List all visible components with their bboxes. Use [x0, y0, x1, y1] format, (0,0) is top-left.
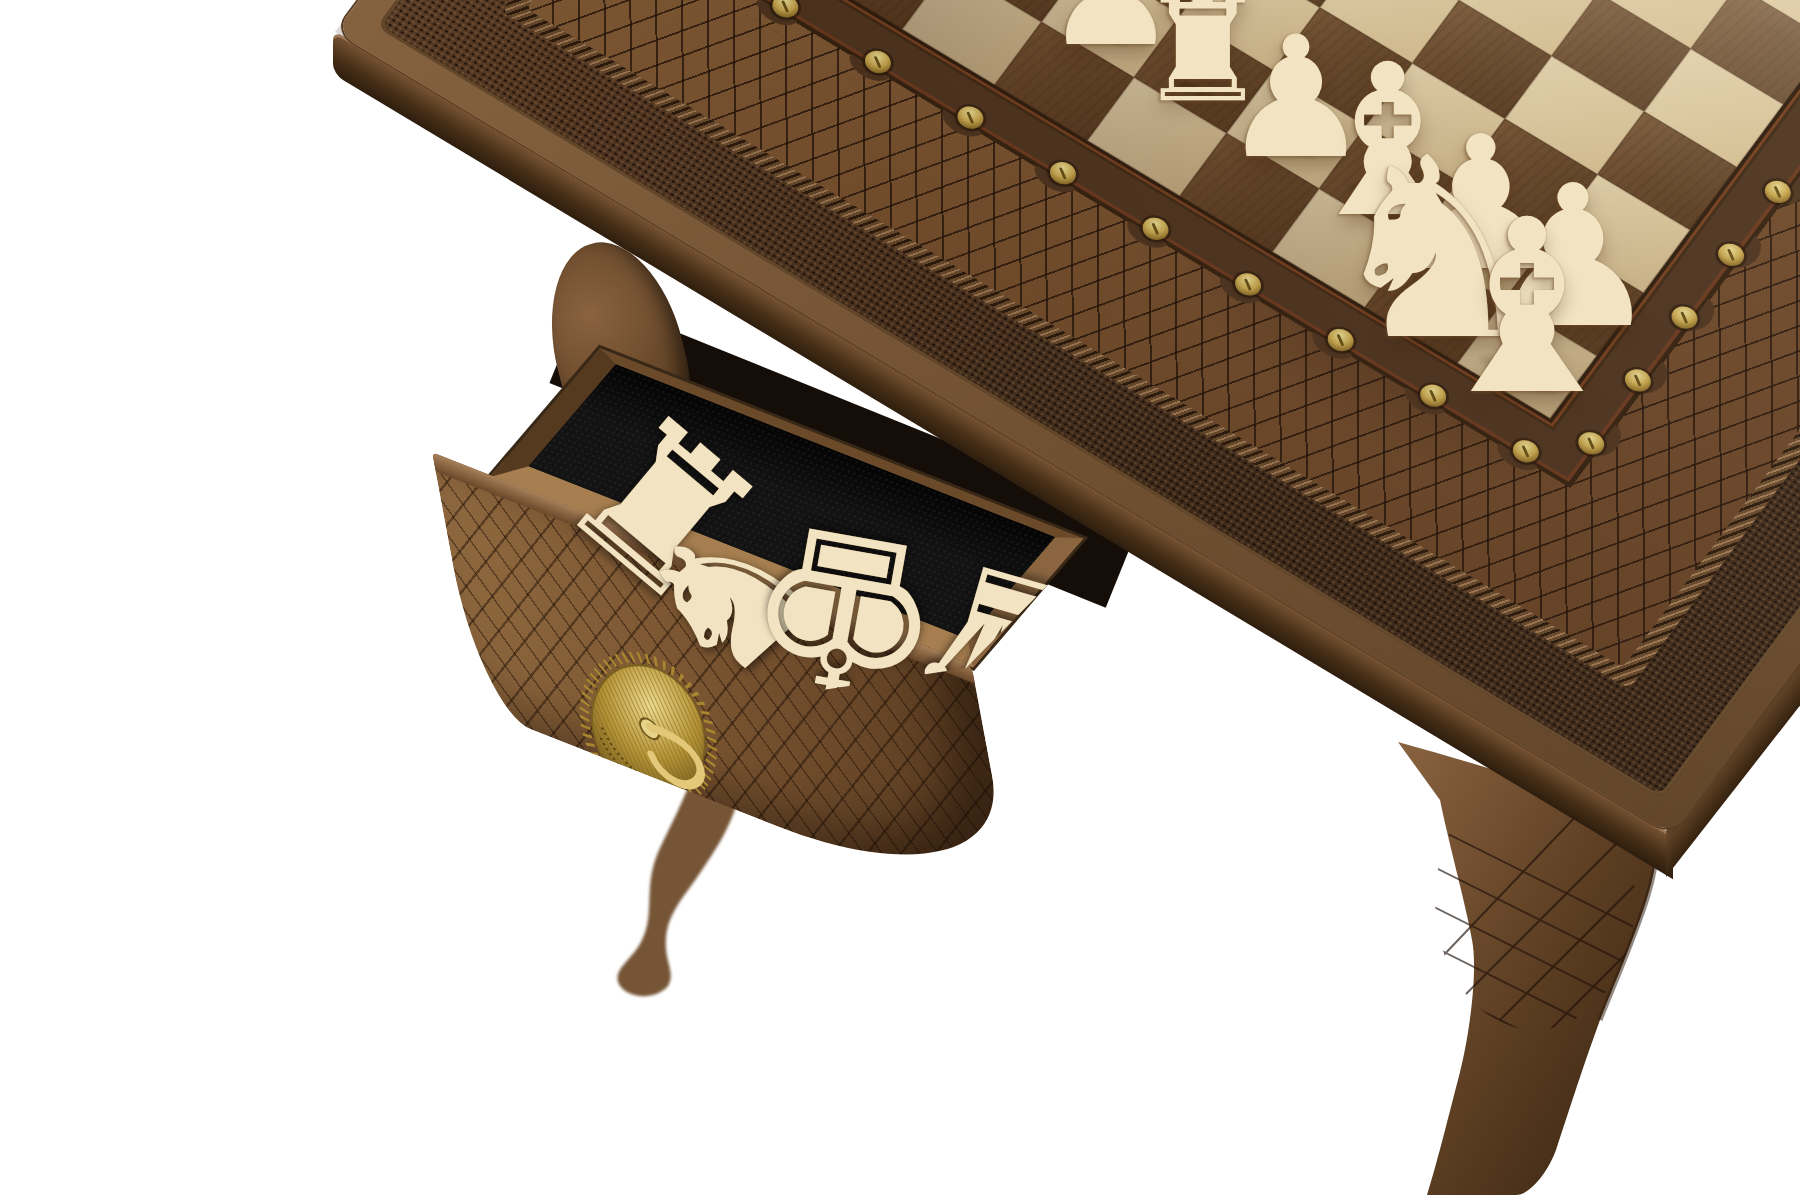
- brass-screw-icon: [860, 46, 895, 77]
- brass-screw-icon: [1760, 176, 1795, 207]
- brass-screw-icon: [1230, 269, 1265, 300]
- brass-screw-icon: [1667, 302, 1702, 333]
- brass-screw-icon: [1713, 239, 1748, 270]
- product-photo-stage: 8/8/8/8/8/8/2PRPBPP/6NB w - - 0 1: [0, 0, 1800, 1200]
- brass-screw-icon: [1045, 158, 1080, 189]
- brass-screw-icon: [1138, 213, 1173, 244]
- brass-screw-icon: [953, 102, 988, 133]
- piece-white-bishop[interactable]: ♝: [1407, 188, 1647, 428]
- brass-screw-icon: [768, 0, 803, 22]
